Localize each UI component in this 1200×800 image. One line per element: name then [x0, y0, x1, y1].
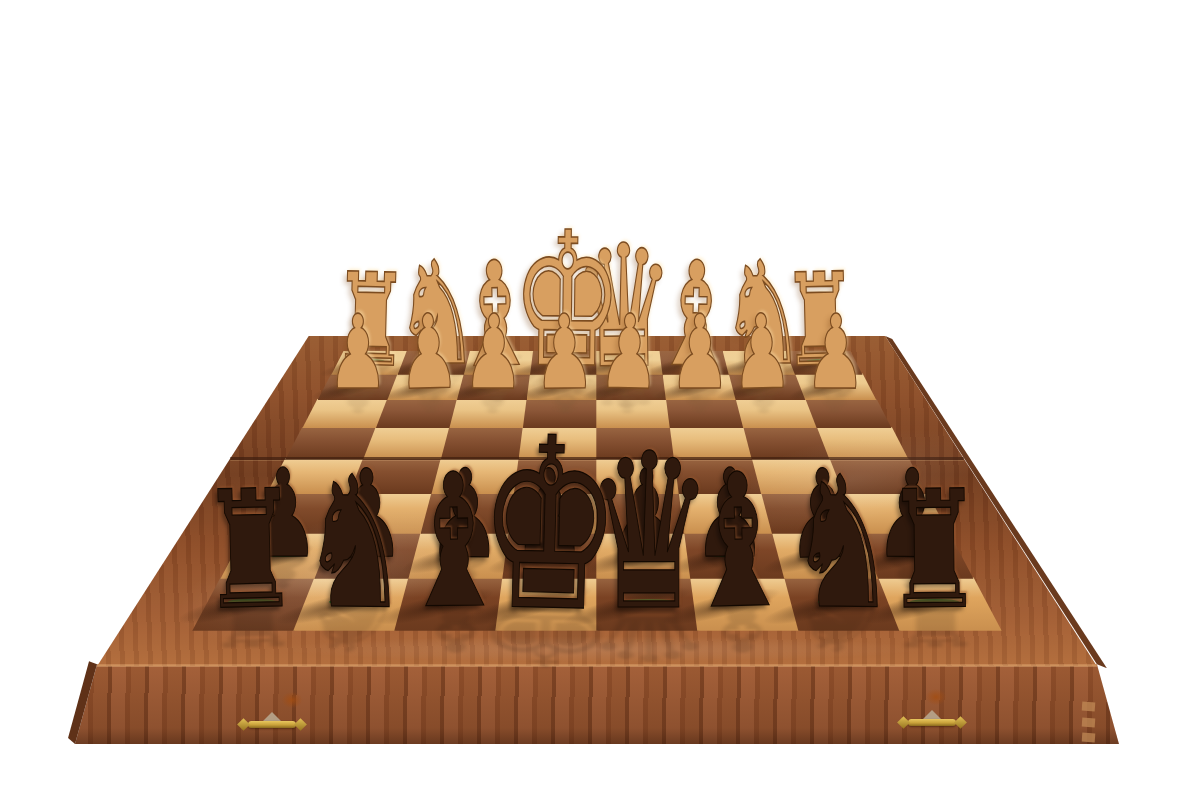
chess-set-photo: ♜♜♞♞♝♝♛♛♚♚♝♝♞♞♜♜♟♟♟♟♟♟♟♟♟♟♟♟♟♟♟♟♟♟♟♟♟♟♟♟… — [0, 0, 1200, 800]
latch-end-right — [294, 718, 307, 731]
pawn-glyph: ♟ — [397, 301, 461, 405]
wood-knot — [278, 689, 306, 711]
pawn-glyph: ♟ — [804, 301, 867, 404]
dovetail-joint — [1082, 718, 1096, 728]
dovetail-joint — [1082, 733, 1096, 743]
pawn-glyph: ♟ — [327, 301, 389, 404]
wood-knot — [922, 686, 950, 708]
latch-end-left — [237, 718, 250, 731]
rook-glyph: ♜ — [199, 467, 301, 632]
bishop-glyph: ♝ — [397, 450, 510, 636]
latch-end-left — [897, 716, 910, 729]
dovetail-joint — [1082, 702, 1096, 712]
latch-end-right — [954, 716, 967, 729]
board-scene: ♜♜♞♞♝♝♛♛♚♚♝♝♞♞♜♜♟♟♟♟♟♟♟♟♟♟♟♟♟♟♟♟♟♟♟♟♟♟♟♟… — [0, 0, 1200, 800]
latch-bar — [248, 721, 296, 728]
pawn-glyph: ♟ — [729, 301, 793, 405]
latch-bar — [908, 719, 956, 726]
knight-glyph: ♞ — [788, 452, 900, 635]
pawn-glyph: ♟ — [669, 301, 731, 404]
apron-latch-left[interactable] — [238, 719, 306, 731]
apron-latch-right[interactable] — [898, 717, 966, 729]
rook-glyph: ♜ — [884, 468, 984, 632]
knight-glyph: ♞ — [299, 452, 411, 635]
